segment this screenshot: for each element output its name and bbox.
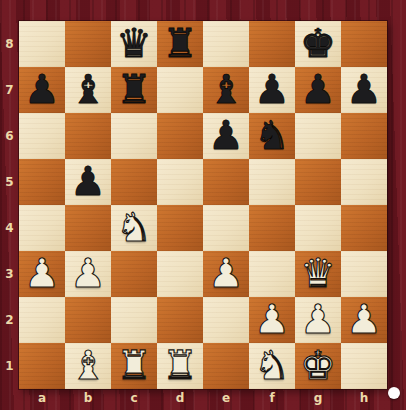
square-c6[interactable] bbox=[111, 113, 157, 159]
square-e7[interactable]: ♝ bbox=[203, 67, 249, 113]
file-label-c: c bbox=[111, 387, 157, 409]
square-h6[interactable] bbox=[341, 113, 387, 159]
square-c8[interactable]: ♛ bbox=[111, 21, 157, 67]
square-c4[interactable]: ♞ bbox=[111, 205, 157, 251]
piece-white-bishop[interactable]: ♝ bbox=[70, 345, 106, 385]
square-d1[interactable]: ♜ bbox=[157, 343, 203, 389]
piece-black-king[interactable]: ♚ bbox=[300, 23, 336, 63]
square-d6[interactable] bbox=[157, 113, 203, 159]
square-d5[interactable] bbox=[157, 159, 203, 205]
square-a3[interactable]: ♟ bbox=[19, 251, 65, 297]
file-label-e: e bbox=[203, 387, 249, 409]
rank-label-4: 4 bbox=[0, 205, 19, 251]
square-f5[interactable] bbox=[249, 159, 295, 205]
square-g7[interactable]: ♟ bbox=[295, 67, 341, 113]
square-d2[interactable] bbox=[157, 297, 203, 343]
piece-black-pawn[interactable]: ♟ bbox=[300, 69, 336, 109]
piece-white-king[interactable]: ♚ bbox=[300, 345, 336, 385]
square-g1[interactable]: ♚ bbox=[295, 343, 341, 389]
piece-white-pawn[interactable]: ♟ bbox=[24, 253, 60, 293]
square-b7[interactable]: ♝ bbox=[65, 67, 111, 113]
square-h8[interactable] bbox=[341, 21, 387, 67]
file-label-g: g bbox=[295, 387, 341, 409]
square-e8[interactable] bbox=[203, 21, 249, 67]
piece-white-pawn[interactable]: ♟ bbox=[346, 299, 382, 339]
piece-white-knight[interactable]: ♞ bbox=[116, 207, 152, 247]
square-f1[interactable]: ♞ bbox=[249, 343, 295, 389]
rank-label-3: 3 bbox=[0, 251, 19, 297]
square-c3[interactable] bbox=[111, 251, 157, 297]
square-g6[interactable] bbox=[295, 113, 341, 159]
piece-black-pawn[interactable]: ♟ bbox=[70, 161, 106, 201]
square-a6[interactable] bbox=[19, 113, 65, 159]
piece-black-pawn[interactable]: ♟ bbox=[208, 115, 244, 155]
piece-black-bishop[interactable]: ♝ bbox=[70, 69, 106, 109]
piece-white-pawn[interactable]: ♟ bbox=[254, 299, 290, 339]
white-to-move-indicator bbox=[388, 387, 400, 399]
square-d3[interactable] bbox=[157, 251, 203, 297]
square-b3[interactable]: ♟ bbox=[65, 251, 111, 297]
square-c7[interactable]: ♜ bbox=[111, 67, 157, 113]
file-label-b: b bbox=[65, 387, 111, 409]
rank-label-6: 6 bbox=[0, 113, 19, 159]
rank-label-8: 8 bbox=[0, 21, 19, 67]
square-f7[interactable]: ♟ bbox=[249, 67, 295, 113]
piece-white-pawn[interactable]: ♟ bbox=[208, 253, 244, 293]
rank-label-7: 7 bbox=[0, 67, 19, 113]
piece-black-queen[interactable]: ♛ bbox=[116, 23, 152, 63]
square-f2[interactable]: ♟ bbox=[249, 297, 295, 343]
square-d7[interactable] bbox=[157, 67, 203, 113]
piece-white-pawn[interactable]: ♟ bbox=[300, 299, 336, 339]
piece-white-queen[interactable]: ♛ bbox=[300, 253, 336, 293]
square-b1[interactable]: ♝ bbox=[65, 343, 111, 389]
piece-white-rook[interactable]: ♜ bbox=[116, 345, 152, 385]
rank-label-5: 5 bbox=[0, 159, 19, 205]
square-b5[interactable]: ♟ bbox=[65, 159, 111, 205]
square-h7[interactable]: ♟ bbox=[341, 67, 387, 113]
square-b4[interactable] bbox=[65, 205, 111, 251]
square-f3[interactable] bbox=[249, 251, 295, 297]
piece-black-pawn[interactable]: ♟ bbox=[346, 69, 382, 109]
file-label-f: f bbox=[249, 387, 295, 409]
piece-black-pawn[interactable]: ♟ bbox=[24, 69, 60, 109]
piece-black-knight[interactable]: ♞ bbox=[254, 115, 290, 155]
square-a5[interactable] bbox=[19, 159, 65, 205]
rank-label-1: 1 bbox=[0, 343, 19, 389]
rank-label-2: 2 bbox=[0, 297, 19, 343]
square-c5[interactable] bbox=[111, 159, 157, 205]
square-g2[interactable]: ♟ bbox=[295, 297, 341, 343]
square-e4[interactable] bbox=[203, 205, 249, 251]
square-a8[interactable] bbox=[19, 21, 65, 67]
square-h3[interactable] bbox=[341, 251, 387, 297]
square-e5[interactable] bbox=[203, 159, 249, 205]
square-b8[interactable] bbox=[65, 21, 111, 67]
piece-black-rook[interactable]: ♜ bbox=[116, 69, 152, 109]
square-e2[interactable] bbox=[203, 297, 249, 343]
square-g4[interactable] bbox=[295, 205, 341, 251]
piece-white-knight[interactable]: ♞ bbox=[254, 345, 290, 385]
piece-black-rook[interactable]: ♜ bbox=[162, 23, 198, 63]
square-h4[interactable] bbox=[341, 205, 387, 251]
square-c1[interactable]: ♜ bbox=[111, 343, 157, 389]
square-h1[interactable] bbox=[341, 343, 387, 389]
file-label-a: a bbox=[19, 387, 65, 409]
square-c2[interactable] bbox=[111, 297, 157, 343]
piece-black-bishop[interactable]: ♝ bbox=[208, 69, 244, 109]
square-a7[interactable]: ♟ bbox=[19, 67, 65, 113]
square-e3[interactable]: ♟ bbox=[203, 251, 249, 297]
square-f4[interactable] bbox=[249, 205, 295, 251]
square-d8[interactable]: ♜ bbox=[157, 21, 203, 67]
square-e6[interactable]: ♟ bbox=[203, 113, 249, 159]
file-label-h: h bbox=[341, 387, 387, 409]
file-label-d: d bbox=[157, 387, 203, 409]
square-e1[interactable] bbox=[203, 343, 249, 389]
square-g5[interactable] bbox=[295, 159, 341, 205]
square-a1[interactable] bbox=[19, 343, 65, 389]
piece-white-pawn[interactable]: ♟ bbox=[70, 253, 106, 293]
square-d4[interactable] bbox=[157, 205, 203, 251]
square-a4[interactable] bbox=[19, 205, 65, 251]
square-f6[interactable]: ♞ bbox=[249, 113, 295, 159]
square-g8[interactable]: ♚ bbox=[295, 21, 341, 67]
board-frame: ♛♜♚♟♝♜♝♟♟♟♟♞♟♞♟♟♟♛♟♟♟♝♜♜♞♚ 87654321 abcd… bbox=[0, 0, 406, 410]
piece-black-pawn[interactable]: ♟ bbox=[254, 69, 290, 109]
square-f8[interactable] bbox=[249, 21, 295, 67]
square-h5[interactable] bbox=[341, 159, 387, 205]
square-g3[interactable]: ♛ bbox=[295, 251, 341, 297]
square-b6[interactable] bbox=[65, 113, 111, 159]
square-h2[interactable]: ♟ bbox=[341, 297, 387, 343]
piece-white-rook[interactable]: ♜ bbox=[162, 345, 198, 385]
chess-board[interactable]: ♛♜♚♟♝♜♝♟♟♟♟♞♟♞♟♟♟♛♟♟♟♝♜♜♞♚ bbox=[19, 21, 387, 389]
square-a2[interactable] bbox=[19, 297, 65, 343]
square-b2[interactable] bbox=[65, 297, 111, 343]
